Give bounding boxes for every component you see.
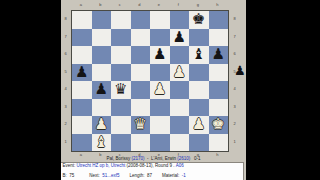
square-a7[interactable] <box>72 29 92 47</box>
square-h6[interactable]: ♟ <box>209 46 229 64</box>
piece-white-pawn[interactable]: ♟ <box>153 81 166 99</box>
square-f7[interactable]: ♟ <box>170 29 190 47</box>
file-labels-top: abcdefgh <box>71 2 227 7</box>
coord-label: 3 <box>63 98 68 116</box>
coord-label: g <box>188 2 208 7</box>
game-info-box: Event: Utrecht HZ op b, Utrecht (2008-08… <box>61 162 244 180</box>
square-g7[interactable] <box>189 29 209 47</box>
square-b6[interactable] <box>92 46 112 64</box>
coord-label: d <box>130 2 150 7</box>
square-f3[interactable] <box>170 99 190 117</box>
square-h7[interactable] <box>209 29 229 47</box>
square-c6[interactable] <box>111 46 131 64</box>
square-h1[interactable] <box>209 134 229 152</box>
square-a2[interactable] <box>72 116 92 134</box>
coord-label: a <box>71 2 91 7</box>
square-e5[interactable] <box>150 64 170 82</box>
rank-labels-left: 87654321 <box>63 10 68 150</box>
coord-label: 7 <box>63 28 68 46</box>
coord-label: h <box>208 2 228 7</box>
square-b5[interactable] <box>92 64 112 82</box>
text-segment: Length: 87 <box>130 173 153 178</box>
square-e6[interactable]: ♟ <box>150 46 170 64</box>
piece-white-bishop[interactable]: ♝ <box>95 134 108 152</box>
square-d3[interactable] <box>131 99 151 117</box>
text-segment: Utrecht HZ op b, Utrecht <box>77 163 126 168</box>
square-c2[interactable] <box>111 116 131 134</box>
square-g2[interactable]: ♟ <box>189 116 209 134</box>
text-segment: Pal, Borissy <box>107 156 132 161</box>
text-segment: 51...exf5 <box>102 173 119 178</box>
piece-black-queen[interactable]: ♛ <box>114 81 127 99</box>
square-f1[interactable] <box>170 134 190 152</box>
square-g1[interactable] <box>189 134 209 152</box>
square-a4[interactable] <box>72 81 92 99</box>
text-segment: -1 <box>182 173 186 178</box>
square-d7[interactable] <box>131 29 151 47</box>
piece-black-pawn[interactable]: ♟ <box>173 29 186 47</box>
square-e8[interactable] <box>150 11 170 29</box>
chess-gui-panel: abcdefgh 87654321 ♚♟♟♝♟♟♟♟♛♟♟♛♟♚♝ 876543… <box>61 0 246 180</box>
piece-black-bishop[interactable]: ♝ <box>192 46 205 64</box>
square-e1[interactable] <box>150 134 170 152</box>
square-c3[interactable] <box>111 99 131 117</box>
square-g6[interactable]: ♝ <box>189 46 209 64</box>
coord-label: e <box>149 2 169 7</box>
text-segment: B: 75 <box>63 173 75 178</box>
text-segment <box>120 173 130 178</box>
piece-black-pawn[interactable]: ♟ <box>153 46 166 64</box>
square-e3[interactable] <box>150 99 170 117</box>
square-d4[interactable] <box>131 81 151 99</box>
text-segment: (2610) <box>177 156 190 161</box>
coord-label: 1 <box>232 133 237 151</box>
text-segment: Next: <box>89 173 102 178</box>
coord-label: 2 <box>63 115 68 133</box>
coord-label: 3 <box>232 98 237 116</box>
square-f2[interactable] <box>170 116 190 134</box>
square-d5[interactable] <box>131 64 151 82</box>
square-h4[interactable] <box>209 81 229 99</box>
rank-labels-right: 87654321 <box>232 10 237 150</box>
square-a1[interactable] <box>72 134 92 152</box>
square-a3[interactable] <box>72 99 92 117</box>
coord-label: 8 <box>63 10 68 28</box>
text-segment: Event: <box>63 163 77 168</box>
coord-label: 6 <box>232 45 237 63</box>
square-c5[interactable] <box>111 64 131 82</box>
square-f5[interactable]: ♟ <box>170 64 190 82</box>
square-e4[interactable]: ♟ <box>150 81 170 99</box>
square-b2[interactable]: ♟ <box>92 116 112 134</box>
text-segment: (2008-08-13), Round 9 . <box>125 163 176 168</box>
square-h8[interactable] <box>209 11 229 29</box>
square-g3[interactable] <box>189 99 209 117</box>
text-segment: A06 <box>176 163 184 168</box>
event-line: Event: Utrecht HZ op b, Utrecht (2008-08… <box>61 163 243 168</box>
square-g5[interactable] <box>189 64 209 82</box>
square-d8[interactable] <box>131 11 151 29</box>
square-b1[interactable]: ♝ <box>92 134 112 152</box>
square-b7[interactable] <box>92 29 112 47</box>
players-line: Pal, Borissy (2170) - L'Ami, Erwin (2610… <box>61 156 246 161</box>
stats-line: B: 75 Next: 51...exf5 Length: 87 Materia… <box>61 173 243 178</box>
square-d6[interactable] <box>131 46 151 64</box>
square-a6[interactable] <box>72 46 92 64</box>
side-to-move-pawn-icon: ♟ <box>234 62 246 79</box>
square-g8[interactable]: ♚ <box>189 11 209 29</box>
board[interactable]: ♚♟♟♝♟♟♟♟♛♟♟♛♟♚♝ <box>71 10 229 152</box>
square-a5[interactable]: ♟ <box>72 64 92 82</box>
text-segment <box>74 173 89 178</box>
square-a8[interactable] <box>72 11 92 29</box>
piece-black-pawn[interactable]: ♟ <box>95 81 108 99</box>
coord-label: 1 <box>63 133 68 151</box>
square-b8[interactable] <box>92 11 112 29</box>
piece-black-pawn[interactable]: ♟ <box>212 46 225 64</box>
coord-label: 8 <box>232 10 237 28</box>
coord-label: 4 <box>63 80 68 98</box>
coord-label: c <box>110 2 130 7</box>
piece-white-pawn[interactable]: ♟ <box>173 64 186 82</box>
piece-white-king[interactable]: ♚ <box>212 116 225 134</box>
text-segment: Material: <box>162 173 182 178</box>
coord-label: 6 <box>63 45 68 63</box>
square-b4[interactable]: ♟ <box>92 81 112 99</box>
coord-label: 4 <box>232 80 237 98</box>
coord-label: f <box>169 2 189 7</box>
square-c4[interactable]: ♛ <box>111 81 131 99</box>
square-d1[interactable] <box>131 134 151 152</box>
square-h3[interactable] <box>209 99 229 117</box>
text-segment <box>152 173 162 178</box>
square-e7[interactable] <box>150 29 170 47</box>
piece-black-king[interactable]: ♚ <box>192 11 205 29</box>
coord-label: 5 <box>63 63 68 81</box>
square-h5[interactable] <box>209 64 229 82</box>
text-segment: - L'Ami, Erwin <box>145 156 178 161</box>
piece-white-pawn[interactable]: ♟ <box>95 116 108 134</box>
piece-white-pawn[interactable]: ♟ <box>192 116 205 134</box>
text-segment: 0-1 <box>190 156 200 161</box>
piece-black-pawn[interactable]: ♟ <box>75 64 88 82</box>
square-c1[interactable] <box>111 134 131 152</box>
coord-label: 2 <box>232 115 237 133</box>
coord-label: b <box>91 2 111 7</box>
square-h2[interactable]: ♚ <box>209 116 229 134</box>
coord-label: 7 <box>232 28 237 46</box>
text-segment: (2170) <box>132 156 145 161</box>
square-f4[interactable] <box>170 81 190 99</box>
square-d2[interactable]: ♛ <box>131 116 151 134</box>
square-f8[interactable] <box>170 11 190 29</box>
square-g4[interactable] <box>189 81 209 99</box>
square-c8[interactable] <box>111 11 131 29</box>
square-b3[interactable] <box>92 99 112 117</box>
square-c7[interactable] <box>111 29 131 47</box>
piece-white-queen[interactable]: ♛ <box>134 116 147 134</box>
square-f6[interactable] <box>170 46 190 64</box>
square-e2[interactable] <box>150 116 170 134</box>
